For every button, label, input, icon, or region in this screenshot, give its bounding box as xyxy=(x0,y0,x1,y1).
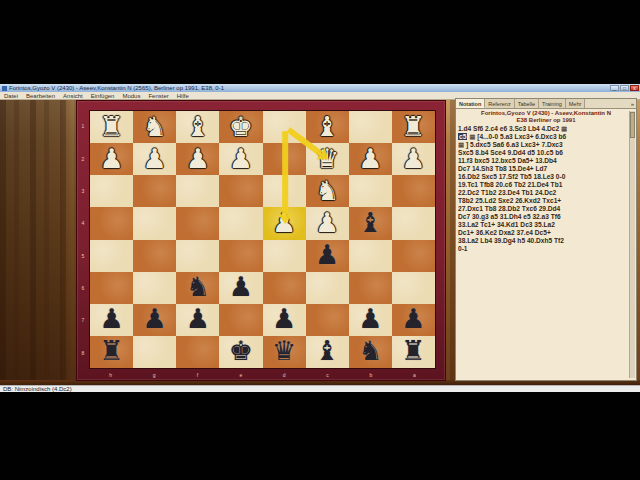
rank-label-5: 5 xyxy=(77,240,89,272)
square-c1[interactable]: ♝ xyxy=(306,111,349,143)
move-text[interactable]: 0-1 xyxy=(458,245,468,252)
current-move[interactable]: c5 xyxy=(458,133,467,140)
square-f6[interactable]: ♞ xyxy=(176,272,219,304)
notation-line-14[interactable]: Dc1+ 36.Ke2 Dxa2 37.e4 Dc5+ xyxy=(458,229,628,237)
game-header: Forintos,Gyozo V (2430) - Aseev,Konstant… xyxy=(456,109,636,124)
rank-label-7: 7 xyxy=(77,304,89,336)
white-piece-h2[interactable]: ♟ xyxy=(99,145,123,172)
window-title: Forintos,Gyozo V (2430) - Aseev,Konstant… xyxy=(9,85,224,91)
square-f4[interactable] xyxy=(176,207,219,239)
chess-board-frame: 12345678 hgfedcba ♜♞♝♚♝♜♟♟♟♟♛♟♟♞♟♟♝♟♞♟♟♟… xyxy=(76,100,446,381)
square-h4[interactable] xyxy=(90,207,133,239)
black-piece-b4[interactable]: ♝ xyxy=(358,209,382,236)
square-b7[interactable]: ♟ xyxy=(349,304,392,336)
white-piece-f2[interactable]: ♟ xyxy=(186,145,210,172)
square-g4[interactable] xyxy=(133,207,176,239)
white-piece-g1[interactable]: ♞ xyxy=(143,113,167,140)
white-piece-a2[interactable]: ♟ xyxy=(401,145,425,172)
file-labels: hgfedcba xyxy=(89,369,436,381)
tab-referenz[interactable]: Referenz xyxy=(485,99,514,108)
file-label-g: g xyxy=(132,369,175,381)
square-f7[interactable]: ♟ xyxy=(176,304,219,336)
move-list[interactable]: 1.d4 Sf6 2.c4 e6 3.Sc3 Lb4 4.Dc2 ▦c5 ▦ [… xyxy=(458,125,628,378)
notation-line-13[interactable]: 33.La2 Tc1+ 34.Kd1 Dc3 35.La2 xyxy=(458,221,628,229)
square-a8[interactable]: ♜ xyxy=(392,336,435,368)
rank-label-4: 4 xyxy=(77,207,89,239)
move-text[interactable]: Dc7 30.g3 a5 31.Dh4 e5 32.a3 Tf6 xyxy=(458,213,561,220)
square-a2[interactable]: ♟ xyxy=(392,143,435,175)
square-c6[interactable] xyxy=(306,272,349,304)
notation-line-2[interactable]: c5 ▦ [4...0-0 5.a3 Lxc3+ 6.Dxc3 b6 xyxy=(458,133,628,141)
notation-line-5[interactable]: 11.f3 bxc5 12.bxc5 Da5+ 13.Db4 xyxy=(458,157,628,165)
move-text[interactable]: 16.Db2 Sxc5 17.Sf2 Tb5 18.Le3 0-0 xyxy=(458,173,565,180)
letterbox-bottom xyxy=(0,392,640,480)
move-text[interactable]: Dc1+ 36.Ke2 Dxa2 37.e4 Dc5+ xyxy=(458,229,551,236)
square-f1[interactable]: ♝ xyxy=(176,111,219,143)
tab-mehr[interactable]: Mehr xyxy=(566,99,586,108)
game-header-players: Forintos,Gyozo V (2430) - Aseev,Konstant… xyxy=(458,110,634,117)
square-g1[interactable]: ♞ xyxy=(133,111,176,143)
move-text[interactable]: 22.Dc2 T1b2 23.De4 Tb1 24.Dc2 xyxy=(458,189,556,196)
rank-label-6: 6 xyxy=(77,272,89,304)
square-h8[interactable]: ♜ xyxy=(90,336,133,368)
notation-line-4[interactable]: Sxc5 8.b4 Sce4 9.Dd4 d5 10.c5 b6 xyxy=(458,149,628,157)
rank-label-8: 8 xyxy=(77,337,89,369)
notation-line-8[interactable]: 19.Tc1 Tfb8 20.c6 Tb2 21.De4 Tb1 xyxy=(458,181,628,189)
notation-panel: NotationReferenzTabelleTrainingMehr» For… xyxy=(455,98,637,381)
square-b6[interactable] xyxy=(349,272,392,304)
black-piece-g7[interactable]: ♟ xyxy=(143,305,167,332)
square-e4[interactable] xyxy=(219,207,262,239)
black-piece-f6[interactable]: ♞ xyxy=(186,273,210,300)
white-piece-a1[interactable]: ♜ xyxy=(401,113,425,140)
move-text[interactable]: 19.Tc1 Tfb8 20.c6 Tb2 21.De4 Tb1 xyxy=(458,181,562,188)
notation-line-3[interactable]: ▦ ] 5.dxc5 Sa6 6.a3 Lxc3+ 7.Dxc3 xyxy=(458,141,628,149)
rank-label-1: 1 xyxy=(77,110,89,142)
file-label-d: d xyxy=(263,369,306,381)
game-header-event: E38 Berliner op 1991 xyxy=(458,117,634,124)
square-d1[interactable] xyxy=(263,111,306,143)
square-e8[interactable]: ♚ xyxy=(219,336,262,368)
black-piece-c5[interactable]: ♟ xyxy=(315,241,339,268)
square-e3[interactable] xyxy=(219,175,262,207)
move-text[interactable]: 1.d4 Sf6 2.c4 e6 3.Sc3 Lb4 4.Dc2 ▦ xyxy=(458,125,567,132)
square-a1[interactable]: ♜ xyxy=(392,111,435,143)
file-label-h: h xyxy=(89,369,132,381)
maximize-button[interactable]: □ xyxy=(620,85,629,91)
rank-labels: 12345678 xyxy=(77,110,89,369)
square-h1[interactable]: ♜ xyxy=(90,111,133,143)
file-label-c: c xyxy=(306,369,349,381)
close-button[interactable]: x xyxy=(630,85,639,91)
file-label-f: f xyxy=(176,369,219,381)
square-f5[interactable] xyxy=(176,240,219,272)
square-a4[interactable] xyxy=(392,207,435,239)
notation-line-10[interactable]: T8b2 25.Ld2 Sxe2 26.Kxd2 Txc1+ xyxy=(458,197,628,205)
square-c5[interactable]: ♟ xyxy=(306,240,349,272)
square-d6[interactable] xyxy=(263,272,306,304)
square-d2[interactable] xyxy=(263,143,306,175)
black-piece-a8[interactable]: ♜ xyxy=(401,337,425,364)
tab-training[interactable]: Training xyxy=(539,99,566,108)
black-piece-f7[interactable]: ♟ xyxy=(186,305,210,332)
video-frame: Forintos,Gyozo V (2430) - Aseev,Konstant… xyxy=(0,0,640,480)
black-piece-b8[interactable]: ♞ xyxy=(358,337,382,364)
square-a3[interactable] xyxy=(392,175,435,207)
black-piece-c8[interactable]: ♝ xyxy=(315,337,339,364)
square-g6[interactable] xyxy=(133,272,176,304)
black-piece-h8[interactable]: ♜ xyxy=(99,337,123,364)
notation-line-16[interactable]: 0-1 xyxy=(458,245,628,253)
square-h5[interactable] xyxy=(90,240,133,272)
square-b3[interactable] xyxy=(349,175,392,207)
menu-item-fenster[interactable]: Fenster xyxy=(144,93,172,99)
square-c2[interactable]: ♛ xyxy=(306,143,349,175)
move-text[interactable]: ▦ [4...0-0 5.a3 Lxc3+ 6.Dxc3 b6 xyxy=(467,133,566,140)
square-c7[interactable] xyxy=(306,304,349,336)
menu-item-ansicht[interactable]: Ansicht xyxy=(59,93,87,99)
black-piece-b7[interactable]: ♟ xyxy=(358,305,382,332)
notation-line-6[interactable]: Dc7 14.Sh3 Tb8 15.De4+ Ld7 xyxy=(458,165,628,173)
scrollbar-thumb[interactable] xyxy=(630,112,635,138)
square-g5[interactable] xyxy=(133,240,176,272)
menu-item-hilfe[interactable]: Hilfe xyxy=(173,93,193,99)
chess-board[interactable]: ♜♞♝♚♝♜♟♟♟♟♛♟♟♞♟♟♝♟♞♟♟♟♟♟♟♟♜♚♛♝♞♜ xyxy=(89,110,436,369)
square-d4[interactable]: ♟ xyxy=(263,207,306,239)
white-piece-c1[interactable]: ♝ xyxy=(315,113,339,140)
square-d8[interactable]: ♛ xyxy=(263,336,306,368)
square-d7[interactable]: ♟ xyxy=(263,304,306,336)
panel-tabs: NotationReferenzTabelleTrainingMehr» xyxy=(456,99,636,109)
notation-line-12[interactable]: Dc7 30.g3 a5 31.Dh4 e5 32.a3 Tf6 xyxy=(458,213,628,221)
square-d3[interactable] xyxy=(263,175,306,207)
square-f8[interactable] xyxy=(176,336,219,368)
square-b8[interactable]: ♞ xyxy=(349,336,392,368)
square-h2[interactable]: ♟ xyxy=(90,143,133,175)
white-piece-e2[interactable]: ♟ xyxy=(229,145,253,172)
square-h7[interactable]: ♟ xyxy=(90,304,133,336)
black-piece-e6[interactable]: ♟ xyxy=(229,273,253,300)
white-piece-g2[interactable]: ♟ xyxy=(143,145,167,172)
menu-item-einfgen[interactable]: Einfügen xyxy=(87,93,119,99)
black-piece-d8[interactable]: ♛ xyxy=(272,337,296,364)
tab-overflow-chevron[interactable]: » xyxy=(629,99,636,108)
white-piece-d4[interactable]: ♟ xyxy=(272,209,296,236)
square-a7[interactable]: ♟ xyxy=(392,304,435,336)
square-e1[interactable]: ♚ xyxy=(219,111,262,143)
black-piece-d7[interactable]: ♟ xyxy=(272,305,296,332)
square-g8[interactable] xyxy=(133,336,176,368)
notation-line-1[interactable]: 1.d4 Sf6 2.c4 e6 3.Sc3 Lb4 4.Dc2 ▦ xyxy=(458,125,628,133)
tab-notation[interactable]: Notation xyxy=(456,99,485,108)
panel-scrollbar[interactable] xyxy=(629,111,635,378)
move-text[interactable]: 27.Dxc1 Tb8 28.Db2 Txc6 29.Dd4 xyxy=(458,205,560,212)
move-text[interactable]: 38.La2 Lb4 39.Dg4 h5 40.Dxh5 Tf2 xyxy=(458,237,564,244)
white-piece-c3[interactable]: ♞ xyxy=(315,177,339,204)
black-piece-h7[interactable]: ♟ xyxy=(99,305,123,332)
menu-item-bearbeiten[interactable]: Bearbeiten xyxy=(22,93,59,99)
status-bar: DB: Nimzoindisch (4.Dc2) xyxy=(0,385,640,392)
black-piece-e8[interactable]: ♚ xyxy=(229,337,253,364)
white-piece-e1[interactable]: ♚ xyxy=(229,113,253,140)
move-text[interactable]: 11.f3 bxc5 12.bxc5 Da5+ 13.Db4 xyxy=(458,157,557,164)
notation-line-7[interactable]: 16.Db2 Sxc5 17.Sf2 Tb5 18.Le3 0-0 xyxy=(458,173,628,181)
square-a5[interactable] xyxy=(392,240,435,272)
move-text[interactable]: Dc7 14.Sh3 Tb8 15.De4+ Ld7 xyxy=(458,165,547,172)
white-piece-b2[interactable]: ♟ xyxy=(358,145,382,172)
notation-line-9[interactable]: 22.Dc2 T1b2 23.De4 Tb1 24.Dc2 xyxy=(458,189,628,197)
square-b1[interactable] xyxy=(349,111,392,143)
square-c8[interactable]: ♝ xyxy=(306,336,349,368)
square-d5[interactable] xyxy=(263,240,306,272)
move-text[interactable]: ▦ ] 5.dxc5 Sa6 6.a3 Lxc3+ 7.Dxc3 xyxy=(458,141,563,148)
square-h6[interactable] xyxy=(90,272,133,304)
tab-tabelle[interactable]: Tabelle xyxy=(515,99,539,108)
notation-line-15[interactable]: 38.La2 Lb4 39.Dg4 h5 40.Dxh5 Tf2 xyxy=(458,237,628,245)
square-f3[interactable] xyxy=(176,175,219,207)
square-e2[interactable]: ♟ xyxy=(219,143,262,175)
square-c4[interactable]: ♟ xyxy=(306,207,349,239)
square-h3[interactable] xyxy=(90,175,133,207)
notation-line-11[interactable]: 27.Dxc1 Tb8 28.Db2 Txc6 29.Dd4 xyxy=(458,205,628,213)
minimize-button[interactable]: _ xyxy=(610,85,619,91)
move-text[interactable]: Sxc5 8.b4 Sce4 9.Dd4 d5 10.c5 b6 xyxy=(458,149,563,156)
white-piece-f1[interactable]: ♝ xyxy=(186,113,210,140)
square-e6[interactable]: ♟ xyxy=(219,272,262,304)
square-g2[interactable]: ♟ xyxy=(133,143,176,175)
square-c3[interactable]: ♞ xyxy=(306,175,349,207)
status-text: DB: Nimzoindisch (4.Dc2) xyxy=(3,386,72,392)
file-label-e: e xyxy=(219,369,262,381)
letterbox-top xyxy=(0,0,640,84)
square-b2[interactable]: ♟ xyxy=(349,143,392,175)
square-b4[interactable]: ♝ xyxy=(349,207,392,239)
white-piece-c4[interactable]: ♟ xyxy=(315,209,339,236)
square-f2[interactable]: ♟ xyxy=(176,143,219,175)
window-titlebar: Forintos,Gyozo V (2430) - Aseev,Konstant… xyxy=(0,84,640,92)
file-label-a: a xyxy=(393,369,436,381)
square-g7[interactable]: ♟ xyxy=(133,304,176,336)
rank-label-3: 3 xyxy=(77,175,89,207)
move-text[interactable]: T8b2 25.Ld2 Sxe2 26.Kxd2 Txc1+ xyxy=(458,197,561,204)
black-piece-a7[interactable]: ♟ xyxy=(401,305,425,332)
menu-item-modus[interactable]: Modus xyxy=(118,93,144,99)
square-g3[interactable] xyxy=(133,175,176,207)
file-label-b: b xyxy=(349,369,392,381)
white-piece-h1[interactable]: ♜ xyxy=(99,113,123,140)
move-text[interactable]: 33.La2 Tc1+ 34.Kd1 Dc3 35.La2 xyxy=(458,221,555,228)
square-a6[interactable] xyxy=(392,272,435,304)
rank-label-2: 2 xyxy=(77,142,89,174)
window-controls: _ □ x xyxy=(610,85,639,91)
square-b5[interactable] xyxy=(349,240,392,272)
white-piece-c2[interactable]: ♛ xyxy=(315,145,339,172)
square-e7[interactable] xyxy=(219,304,262,336)
app-icon xyxy=(2,86,7,91)
menu-item-datei[interactable]: Datei xyxy=(0,93,22,99)
square-e5[interactable] xyxy=(219,240,262,272)
